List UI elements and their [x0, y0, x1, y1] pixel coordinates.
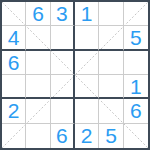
cell-r6c3[interactable]: 6 — [51, 124, 75, 148]
cell-r2c6[interactable]: 5 — [124, 26, 148, 50]
cell-r3c1[interactable]: 6 — [2, 51, 26, 75]
cell-r1c6[interactable] — [124, 2, 148, 26]
cell-r2c4[interactable] — [75, 26, 99, 50]
cell-r5c4[interactable] — [75, 99, 99, 123]
sudoku-board: 631456126625 — [0, 0, 150, 150]
cell-r6c5[interactable]: 5 — [99, 124, 123, 148]
cell-r3c3[interactable] — [51, 51, 75, 75]
cell-r6c6[interactable] — [124, 124, 148, 148]
cell-r3c4[interactable] — [75, 51, 99, 75]
sudoku-grid: 631456126625 — [2, 2, 148, 148]
cell-r5c6[interactable]: 6 — [124, 99, 148, 123]
cell-r4c2[interactable] — [26, 75, 50, 99]
cell-r2c1[interactable]: 4 — [2, 26, 26, 50]
cell-r3c2[interactable] — [26, 51, 50, 75]
cell-r1c4[interactable]: 1 — [75, 2, 99, 26]
cell-r6c1[interactable] — [2, 124, 26, 148]
cell-r2c3[interactable] — [51, 26, 75, 50]
cell-r2c5[interactable] — [99, 26, 123, 50]
cell-r4c4[interactable] — [75, 75, 99, 99]
cell-r3c6[interactable] — [124, 51, 148, 75]
cell-r2c2[interactable] — [26, 26, 50, 50]
cell-r1c3[interactable]: 3 — [51, 2, 75, 26]
cell-r4c6[interactable]: 1 — [124, 75, 148, 99]
cell-r1c1[interactable] — [2, 2, 26, 26]
cell-r4c3[interactable] — [51, 75, 75, 99]
cell-r5c2[interactable] — [26, 99, 50, 123]
cell-r1c2[interactable]: 6 — [26, 2, 50, 26]
cell-r4c5[interactable] — [99, 75, 123, 99]
cell-r5c3[interactable] — [51, 99, 75, 123]
cell-r6c2[interactable] — [26, 124, 50, 148]
cell-r1c5[interactable] — [99, 2, 123, 26]
cell-r4c1[interactable] — [2, 75, 26, 99]
cell-r3c5[interactable] — [99, 51, 123, 75]
cell-r6c4[interactable]: 2 — [75, 124, 99, 148]
cell-r5c5[interactable] — [99, 99, 123, 123]
cell-r5c1[interactable]: 2 — [2, 99, 26, 123]
